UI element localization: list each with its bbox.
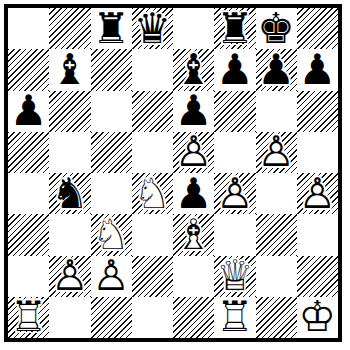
piece-fill-layer: ♛ [132, 8, 173, 49]
piece-outline-layer: ♕ [214, 256, 255, 297]
square-d2[interactable] [132, 256, 173, 297]
square-d1[interactable] [132, 297, 173, 338]
square-e3[interactable]: ♝♗ [173, 214, 214, 255]
piece-fill-layer: ♝ [49, 49, 90, 90]
white-rook-piece[interactable]: ♜♖ [214, 297, 255, 338]
square-d4[interactable]: ♞♘ [132, 173, 173, 214]
black-pawn-piece[interactable]: ♟ [256, 49, 297, 90]
square-c3[interactable]: ♞♘ [91, 214, 132, 255]
piece-fill-layer: ♜ [91, 8, 132, 49]
piece-outline-layer: ♙ [297, 173, 338, 214]
square-c6[interactable] [91, 91, 132, 132]
square-d8[interactable]: ♛ [132, 8, 173, 49]
square-g6[interactable] [256, 91, 297, 132]
square-h2[interactable] [297, 256, 338, 297]
square-g4[interactable] [256, 173, 297, 214]
square-g2[interactable] [256, 256, 297, 297]
square-c7[interactable] [91, 49, 132, 90]
white-bishop-piece[interactable]: ♝♗ [173, 214, 214, 255]
square-h3[interactable] [297, 214, 338, 255]
square-c8[interactable]: ♜ [91, 8, 132, 49]
square-d7[interactable] [132, 49, 173, 90]
white-king-piece[interactable]: ♚♔ [297, 297, 338, 338]
piece-fill-layer: ♚ [256, 8, 297, 49]
square-b4[interactable]: ♞ [49, 173, 90, 214]
piece-fill-layer: ♟ [256, 49, 297, 90]
square-e8[interactable] [173, 8, 214, 49]
white-pawn-piece[interactable]: ♟♙ [256, 132, 297, 173]
black-pawn-piece[interactable]: ♟ [8, 91, 49, 132]
square-h7[interactable]: ♟ [297, 49, 338, 90]
piece-outline-layer: ♗ [173, 214, 214, 255]
piece-outline-layer: ♙ [173, 132, 214, 173]
piece-fill-layer: ♜ [214, 8, 255, 49]
square-b3[interactable] [49, 214, 90, 255]
square-b7[interactable]: ♝ [49, 49, 90, 90]
piece-outline-layer: ♔ [297, 297, 338, 338]
square-f7[interactable]: ♟ [214, 49, 255, 90]
square-d3[interactable] [132, 214, 173, 255]
piece-fill-layer: ♟ [8, 91, 49, 132]
white-pawn-piece[interactable]: ♟♙ [91, 256, 132, 297]
piece-outline-layer: ♘ [91, 214, 132, 255]
square-g3[interactable] [256, 214, 297, 255]
piece-fill-layer: ♝ [173, 49, 214, 90]
piece-outline-layer: ♘ [132, 173, 173, 214]
square-h8[interactable] [297, 8, 338, 49]
square-f8[interactable]: ♜ [214, 8, 255, 49]
square-b1[interactable] [49, 297, 90, 338]
piece-fill-layer: ♞ [49, 173, 90, 214]
square-e5[interactable]: ♟♙ [173, 132, 214, 173]
black-pawn-piece[interactable]: ♟ [173, 173, 214, 214]
square-h1[interactable]: ♚♔ [297, 297, 338, 338]
square-f3[interactable] [214, 214, 255, 255]
square-a8[interactable] [8, 8, 49, 49]
square-f1[interactable]: ♜♖ [214, 297, 255, 338]
square-e2[interactable] [173, 256, 214, 297]
white-rook-piece[interactable]: ♜♖ [8, 297, 49, 338]
white-pawn-piece[interactable]: ♟♙ [49, 256, 90, 297]
black-rook-piece[interactable]: ♜ [214, 8, 255, 49]
square-d5[interactable] [132, 132, 173, 173]
square-b5[interactable] [49, 132, 90, 173]
square-a4[interactable] [8, 173, 49, 214]
piece-fill-layer: ♟ [173, 173, 214, 214]
white-pawn-piece[interactable]: ♟♙ [297, 173, 338, 214]
square-e7[interactable]: ♝ [173, 49, 214, 90]
white-queen-piece[interactable]: ♛♕ [214, 256, 255, 297]
square-a5[interactable] [8, 132, 49, 173]
square-f2[interactable]: ♛♕ [214, 256, 255, 297]
square-c1[interactable] [91, 297, 132, 338]
black-knight-piece[interactable]: ♞ [49, 173, 90, 214]
square-e1[interactable] [173, 297, 214, 338]
square-g7[interactable]: ♟ [256, 49, 297, 90]
square-g8[interactable]: ♚ [256, 8, 297, 49]
square-a3[interactable] [8, 214, 49, 255]
black-queen-piece[interactable]: ♛ [132, 8, 173, 49]
square-a6[interactable]: ♟ [8, 91, 49, 132]
square-b6[interactable] [49, 91, 90, 132]
white-pawn-piece[interactable]: ♟♙ [173, 132, 214, 173]
black-bishop-piece[interactable]: ♝ [49, 49, 90, 90]
square-g1[interactable] [256, 297, 297, 338]
piece-outline-layer: ♙ [91, 256, 132, 297]
square-c4[interactable] [91, 173, 132, 214]
square-f4[interactable]: ♟♙ [214, 173, 255, 214]
chess-board: ♜♛♜♚♝♝♟♟♟♟♟♟♙♟♙♞♞♘♟♟♙♟♙♞♘♝♗♟♙♟♙♛♕♜♖♜♖♚♔ [8, 8, 338, 338]
square-e4[interactable]: ♟ [173, 173, 214, 214]
piece-outline-layer: ♙ [49, 256, 90, 297]
square-f6[interactable] [214, 91, 255, 132]
black-bishop-piece[interactable]: ♝ [173, 49, 214, 90]
square-b2[interactable]: ♟♙ [49, 256, 90, 297]
piece-outline-layer: ♙ [214, 173, 255, 214]
black-rook-piece[interactable]: ♜ [91, 8, 132, 49]
square-e6[interactable]: ♟ [173, 91, 214, 132]
chess-diagram-frame: ♜♛♜♚♝♝♟♟♟♟♟♟♙♟♙♞♞♘♟♟♙♟♙♞♘♝♗♟♙♟♙♛♕♜♖♜♖♚♔ [4, 4, 342, 342]
piece-outline-layer: ♙ [256, 132, 297, 173]
piece-outline-layer: ♖ [214, 297, 255, 338]
square-h4[interactable]: ♟♙ [297, 173, 338, 214]
white-knight-piece[interactable]: ♞♘ [132, 173, 173, 214]
square-b8[interactable] [49, 8, 90, 49]
square-c2[interactable]: ♟♙ [91, 256, 132, 297]
square-h5[interactable] [297, 132, 338, 173]
black-king-piece[interactable]: ♚ [256, 8, 297, 49]
square-g5[interactable]: ♟♙ [256, 132, 297, 173]
black-pawn-piece[interactable]: ♟ [214, 49, 255, 90]
piece-outline-layer: ♖ [8, 297, 49, 338]
black-pawn-piece[interactable]: ♟ [173, 91, 214, 132]
piece-fill-layer: ♟ [297, 49, 338, 90]
piece-fill-layer: ♟ [214, 49, 255, 90]
white-knight-piece[interactable]: ♞♘ [91, 214, 132, 255]
square-f5[interactable] [214, 132, 255, 173]
black-pawn-piece[interactable]: ♟ [297, 49, 338, 90]
square-a2[interactable] [8, 256, 49, 297]
white-pawn-piece[interactable]: ♟♙ [214, 173, 255, 214]
square-h6[interactable] [297, 91, 338, 132]
piece-fill-layer: ♟ [173, 91, 214, 132]
square-c5[interactable] [91, 132, 132, 173]
square-d6[interactable] [132, 91, 173, 132]
square-a1[interactable]: ♜♖ [8, 297, 49, 338]
square-a7[interactable] [8, 49, 49, 90]
